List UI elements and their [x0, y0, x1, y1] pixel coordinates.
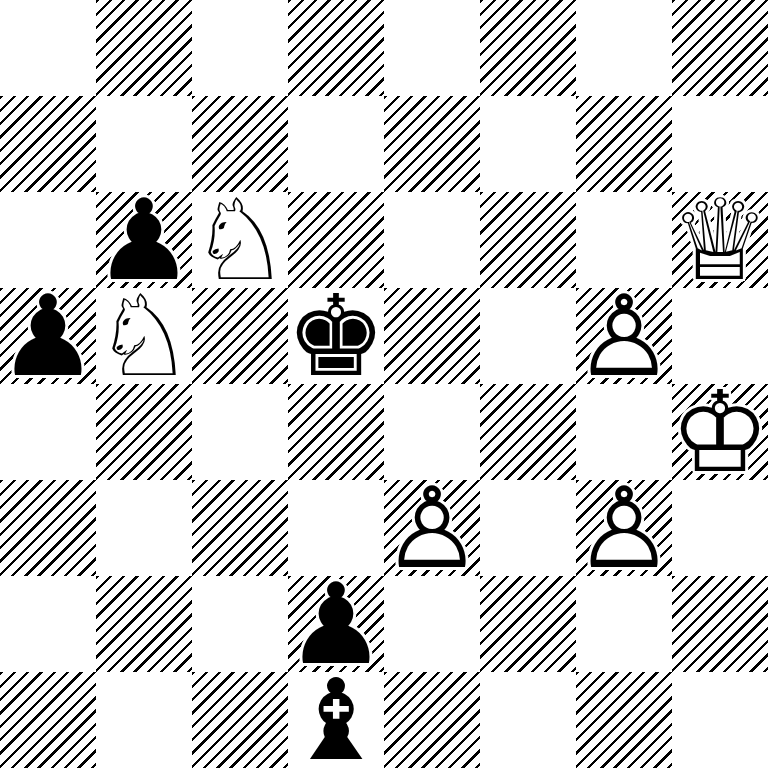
- square-e6[interactable]: [384, 192, 480, 288]
- square-g2[interactable]: [576, 576, 672, 672]
- square-h3[interactable]: [672, 480, 768, 576]
- square-e1[interactable]: [384, 672, 480, 768]
- square-f7[interactable]: [480, 96, 576, 192]
- square-f2[interactable]: [480, 576, 576, 672]
- square-e3[interactable]: ♟♙: [384, 480, 480, 576]
- square-f4[interactable]: [480, 384, 576, 480]
- square-b6[interactable]: ♟♟: [96, 192, 192, 288]
- black-pawn-d2[interactable]: ♟: [288, 576, 384, 672]
- square-a8[interactable]: [0, 0, 96, 96]
- square-c1[interactable]: [192, 672, 288, 768]
- square-f8[interactable]: [480, 0, 576, 96]
- square-a5[interactable]: ♟♟: [0, 288, 96, 384]
- square-d6[interactable]: [288, 192, 384, 288]
- black-pawn-b6[interactable]: ♟: [96, 192, 192, 288]
- square-c7[interactable]: [192, 96, 288, 192]
- chess-board: ♟♟♞♘♛♕♟♟♞♘♚♚♟♙♚♔♟♙♟♙♟♟♝♝: [0, 0, 768, 768]
- square-d3[interactable]: [288, 480, 384, 576]
- square-d8[interactable]: [288, 0, 384, 96]
- square-g5[interactable]: ♟♙: [576, 288, 672, 384]
- square-a7[interactable]: [0, 96, 96, 192]
- square-g4[interactable]: [576, 384, 672, 480]
- square-g8[interactable]: [576, 0, 672, 96]
- square-c3[interactable]: [192, 480, 288, 576]
- square-f3[interactable]: [480, 480, 576, 576]
- white-knight-c6[interactable]: ♘: [192, 192, 288, 288]
- black-bishop-d1[interactable]: ♝: [288, 672, 384, 768]
- white-king-h4[interactable]: ♔: [672, 384, 768, 480]
- white-pawn-g3[interactable]: ♙: [576, 480, 672, 576]
- square-b5[interactable]: ♞♘: [96, 288, 192, 384]
- square-b7[interactable]: [96, 96, 192, 192]
- square-d4[interactable]: [288, 384, 384, 480]
- square-d2[interactable]: ♟♟: [288, 576, 384, 672]
- square-b3[interactable]: [96, 480, 192, 576]
- square-a3[interactable]: [0, 480, 96, 576]
- square-c2[interactable]: [192, 576, 288, 672]
- square-d7[interactable]: [288, 96, 384, 192]
- square-b4[interactable]: [96, 384, 192, 480]
- square-a1[interactable]: [0, 672, 96, 768]
- white-pawn-e3[interactable]: ♙: [384, 480, 480, 576]
- black-pawn-a5[interactable]: ♟: [0, 288, 96, 384]
- square-h2[interactable]: [672, 576, 768, 672]
- black-king-d5[interactable]: ♚: [288, 288, 384, 384]
- square-f5[interactable]: [480, 288, 576, 384]
- square-a6[interactable]: [0, 192, 96, 288]
- square-c8[interactable]: [192, 0, 288, 96]
- square-f1[interactable]: [480, 672, 576, 768]
- square-e5[interactable]: [384, 288, 480, 384]
- square-e7[interactable]: [384, 96, 480, 192]
- white-knight-b5[interactable]: ♘: [96, 288, 192, 384]
- square-g7[interactable]: [576, 96, 672, 192]
- square-g6[interactable]: [576, 192, 672, 288]
- square-h1[interactable]: [672, 672, 768, 768]
- square-e4[interactable]: [384, 384, 480, 480]
- square-h7[interactable]: [672, 96, 768, 192]
- square-c6[interactable]: ♞♘: [192, 192, 288, 288]
- square-h5[interactable]: [672, 288, 768, 384]
- square-g1[interactable]: [576, 672, 672, 768]
- square-e2[interactable]: [384, 576, 480, 672]
- square-h6[interactable]: ♛♕: [672, 192, 768, 288]
- square-c5[interactable]: [192, 288, 288, 384]
- white-pawn-g5[interactable]: ♙: [576, 288, 672, 384]
- square-g3[interactable]: ♟♙: [576, 480, 672, 576]
- square-a2[interactable]: [0, 576, 96, 672]
- square-f6[interactable]: [480, 192, 576, 288]
- square-h4[interactable]: ♚♔: [672, 384, 768, 480]
- white-queen-h6[interactable]: ♕: [672, 192, 768, 288]
- square-h8[interactable]: [672, 0, 768, 96]
- square-b2[interactable]: [96, 576, 192, 672]
- square-a4[interactable]: [0, 384, 96, 480]
- square-d5[interactable]: ♚♚: [288, 288, 384, 384]
- square-b8[interactable]: [96, 0, 192, 96]
- square-b1[interactable]: [96, 672, 192, 768]
- square-c4[interactable]: [192, 384, 288, 480]
- square-d1[interactable]: ♝♝: [288, 672, 384, 768]
- square-e8[interactable]: [384, 0, 480, 96]
